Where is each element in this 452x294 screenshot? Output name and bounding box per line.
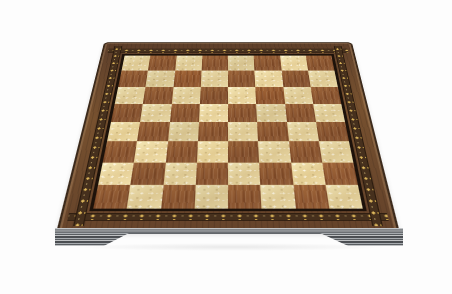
square-g5 [285,104,316,122]
square-g8 [280,56,308,71]
square-c7 [173,71,201,87]
square-b2 [131,162,166,184]
square-c4 [168,122,199,141]
chessboard-product-photo [0,0,452,294]
square-e8 [228,56,255,71]
square-e1 [228,185,262,209]
square-c8 [175,56,202,71]
square-g7 [281,71,310,87]
square-a6 [115,87,146,104]
square-e6 [228,87,256,104]
square-h6 [310,87,341,104]
square-a5 [111,104,143,122]
square-a7 [118,71,148,87]
square-f1 [260,185,295,209]
square-c1 [161,185,196,209]
square-g4 [287,122,319,141]
square-b4 [137,122,169,141]
floor-shadow [70,243,390,251]
square-a2 [98,162,134,184]
square-c2 [163,162,197,184]
square-e2 [228,162,260,184]
square-a4 [107,122,140,141]
square-d5 [199,104,228,122]
square-f7 [255,71,283,87]
square-f6 [255,87,284,104]
square-e3 [228,141,259,162]
square-a1 [93,185,130,209]
square-g6 [283,87,313,104]
square-b3 [134,141,167,162]
square-c5 [170,104,200,122]
square-a3 [103,141,138,162]
square-b6 [143,87,173,104]
square-g1 [293,185,329,209]
board-playfield [89,54,367,211]
square-h4 [316,122,349,141]
square-h3 [319,141,354,162]
square-f2 [259,162,293,184]
square-d1 [194,185,228,209]
square-d3 [197,141,228,162]
square-b7 [146,71,175,87]
square-e4 [228,122,258,141]
square-h7 [308,71,338,87]
square-d2 [196,162,228,184]
square-b1 [127,185,163,209]
square-c3 [165,141,197,162]
inlay-band-bottom [67,213,388,221]
square-b8 [148,56,176,71]
square-a8 [122,56,151,71]
square-d7 [201,71,228,87]
inlay-band-top [108,49,349,53]
chess-board [56,42,400,232]
square-f3 [258,141,290,162]
board-squares [93,56,363,209]
square-h1 [325,185,362,209]
square-h2 [322,162,358,184]
square-c6 [171,87,200,104]
square-e7 [228,71,255,87]
square-f8 [254,56,281,71]
square-b5 [140,104,171,122]
square-g3 [288,141,321,162]
square-d6 [200,87,228,104]
square-h5 [313,104,345,122]
square-f4 [257,122,288,141]
square-d8 [201,56,228,71]
square-d4 [198,122,228,141]
square-h8 [306,56,335,71]
square-g2 [291,162,326,184]
square-f5 [256,104,286,122]
square-e5 [228,104,257,122]
board-frame [56,42,400,232]
